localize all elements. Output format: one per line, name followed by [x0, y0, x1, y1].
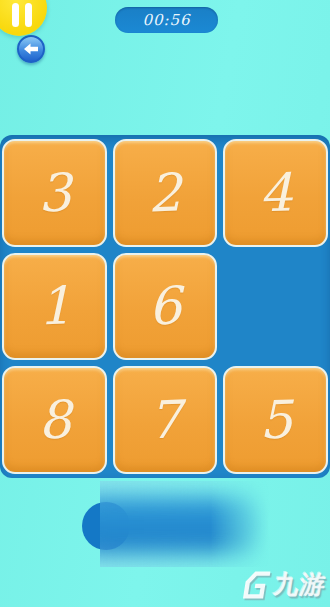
- tile-number: 7: [148, 394, 183, 447]
- pause-button[interactable]: [0, 0, 47, 36]
- timer-pill: 00:56: [115, 7, 218, 33]
- jiuyou-logo-icon: [240, 569, 273, 601]
- puzzle-grid: 32416875: [2, 139, 328, 474]
- tile-2[interactable]: 2: [113, 139, 218, 247]
- watermark: 九游: [240, 568, 328, 601]
- tile-number: 4: [258, 166, 293, 219]
- game-screen: 00:56 32416875 九游: [0, 0, 330, 607]
- tile-7[interactable]: 7: [113, 366, 218, 474]
- pause-icon: [12, 3, 19, 27]
- tile-number: 3: [37, 166, 72, 219]
- back-arrow-icon: [23, 43, 39, 55]
- empty-cell: [223, 253, 328, 361]
- tile-6[interactable]: 6: [113, 253, 218, 361]
- blurred-button-body: [100, 497, 270, 553]
- tile-number: 1: [37, 280, 72, 333]
- back-button[interactable]: [17, 35, 45, 63]
- tile-3[interactable]: 3: [2, 139, 107, 247]
- tile-number: 8: [37, 394, 72, 447]
- blurred-button[interactable]: [100, 481, 270, 567]
- watermark-text: 九游: [271, 568, 328, 601]
- timer-value: 00:56: [142, 11, 190, 29]
- tile-1[interactable]: 1: [2, 253, 107, 361]
- tile-number: 5: [258, 394, 293, 447]
- tile-5[interactable]: 5: [223, 366, 328, 474]
- tile-number: 2: [148, 166, 183, 219]
- tile-4[interactable]: 4: [223, 139, 328, 247]
- tile-8[interactable]: 8: [2, 366, 107, 474]
- pause-icon: [25, 3, 32, 27]
- puzzle-board: 32416875: [0, 135, 330, 478]
- tile-number: 6: [148, 280, 183, 333]
